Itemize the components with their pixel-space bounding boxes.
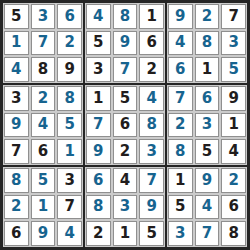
cell-r8c4[interactable]: 8 [86, 195, 111, 220]
cell-r8c7[interactable]: 5 [168, 195, 193, 220]
box-2-1: 328945761 [3, 85, 83, 165]
cell-r2c2[interactable]: 7 [31, 31, 56, 56]
cell-r1c2[interactable]: 3 [31, 4, 56, 29]
cell-r2c4[interactable]: 5 [86, 31, 111, 56]
cell-r5c6[interactable]: 8 [139, 113, 164, 138]
cell-r4c2[interactable]: 2 [31, 86, 56, 111]
cell-r1c8[interactable]: 2 [195, 4, 220, 29]
cell-r8c9[interactable]: 6 [221, 195, 246, 220]
cell-r7c2[interactable]: 5 [31, 168, 56, 193]
cell-r1c6[interactable]: 1 [139, 4, 164, 29]
cell-r7c9[interactable]: 2 [221, 168, 246, 193]
box-1-3: 927483615 [167, 3, 247, 83]
cell-r8c5[interactable]: 3 [113, 195, 138, 220]
cell-r2c9[interactable]: 3 [221, 31, 246, 56]
cell-r5c9[interactable]: 1 [221, 113, 246, 138]
cell-r5c5[interactable]: 6 [113, 113, 138, 138]
box-3-1: 853217694 [3, 167, 83, 247]
cell-r6c2[interactable]: 6 [31, 139, 56, 164]
cell-r3c5[interactable]: 7 [113, 57, 138, 82]
cell-r7c6[interactable]: 7 [139, 168, 164, 193]
cell-r9c6[interactable]: 5 [139, 221, 164, 246]
cell-r3c2[interactable]: 8 [31, 57, 56, 82]
cell-r8c1[interactable]: 2 [4, 195, 29, 220]
cell-r3c3[interactable]: 9 [57, 57, 82, 82]
cell-r6c9[interactable]: 4 [221, 139, 246, 164]
cell-r2c3[interactable]: 2 [57, 31, 82, 56]
cell-r7c3[interactable]: 3 [57, 168, 82, 193]
cell-r9c4[interactable]: 2 [86, 221, 111, 246]
cell-r7c1[interactable]: 8 [4, 168, 29, 193]
cell-r4c6[interactable]: 4 [139, 86, 164, 111]
cell-r7c5[interactable]: 4 [113, 168, 138, 193]
box-1-1: 536172489 [3, 3, 83, 83]
cell-r2c8[interactable]: 8 [195, 31, 220, 56]
cell-r4c8[interactable]: 6 [195, 86, 220, 111]
cell-r9c2[interactable]: 9 [31, 221, 56, 246]
cell-r6c4[interactable]: 9 [86, 139, 111, 164]
cell-r8c6[interactable]: 9 [139, 195, 164, 220]
cell-r5c8[interactable]: 3 [195, 113, 220, 138]
cell-r4c5[interactable]: 5 [113, 86, 138, 111]
cell-r1c7[interactable]: 9 [168, 4, 193, 29]
cell-r9c3[interactable]: 4 [57, 221, 82, 246]
cell-r3c6[interactable]: 2 [139, 57, 164, 82]
box-2-2: 154768923 [85, 85, 165, 165]
cell-r1c3[interactable]: 6 [57, 4, 82, 29]
box-2-3: 769231854 [167, 85, 247, 165]
cell-r6c3[interactable]: 1 [57, 139, 82, 164]
cell-r8c8[interactable]: 4 [195, 195, 220, 220]
cell-r8c3[interactable]: 7 [57, 195, 82, 220]
cell-r9c9[interactable]: 8 [221, 221, 246, 246]
cell-r9c1[interactable]: 6 [4, 221, 29, 246]
box-3-3: 192546378 [167, 167, 247, 247]
cell-r6c7[interactable]: 8 [168, 139, 193, 164]
cell-r1c9[interactable]: 7 [221, 4, 246, 29]
cell-r5c3[interactable]: 5 [57, 113, 82, 138]
cell-r3c7[interactable]: 6 [168, 57, 193, 82]
cell-r5c1[interactable]: 9 [4, 113, 29, 138]
cell-r9c5[interactable]: 1 [113, 221, 138, 246]
cell-r8c2[interactable]: 1 [31, 195, 56, 220]
sudoku-board: 5361724894815963729274836153289457611547… [0, 0, 250, 250]
box-3-2: 647839215 [85, 167, 165, 247]
box-1-2: 481596372 [85, 3, 165, 83]
cell-r3c9[interactable]: 5 [221, 57, 246, 82]
cell-r4c4[interactable]: 1 [86, 86, 111, 111]
cell-r4c3[interactable]: 8 [57, 86, 82, 111]
cell-r6c5[interactable]: 2 [113, 139, 138, 164]
cell-r2c5[interactable]: 9 [113, 31, 138, 56]
cell-r4c1[interactable]: 3 [4, 86, 29, 111]
cell-r7c7[interactable]: 1 [168, 168, 193, 193]
cell-r2c1[interactable]: 1 [4, 31, 29, 56]
cell-r5c7[interactable]: 2 [168, 113, 193, 138]
cell-r1c5[interactable]: 8 [113, 4, 138, 29]
cell-r4c9[interactable]: 9 [221, 86, 246, 111]
cell-r4c7[interactable]: 7 [168, 86, 193, 111]
cell-r1c1[interactable]: 5 [4, 4, 29, 29]
cell-r7c4[interactable]: 6 [86, 168, 111, 193]
cell-r1c4[interactable]: 4 [86, 4, 111, 29]
cell-r2c7[interactable]: 4 [168, 31, 193, 56]
cell-r5c4[interactable]: 7 [86, 113, 111, 138]
cell-r9c7[interactable]: 3 [168, 221, 193, 246]
cell-r6c6[interactable]: 3 [139, 139, 164, 164]
cell-r5c2[interactable]: 4 [31, 113, 56, 138]
cell-r3c1[interactable]: 4 [4, 57, 29, 82]
cell-r6c8[interactable]: 5 [195, 139, 220, 164]
cell-r3c8[interactable]: 1 [195, 57, 220, 82]
cell-r6c1[interactable]: 7 [4, 139, 29, 164]
cell-r2c6[interactable]: 6 [139, 31, 164, 56]
cell-r7c8[interactable]: 9 [195, 168, 220, 193]
cell-r9c8[interactable]: 7 [195, 221, 220, 246]
cell-r3c4[interactable]: 3 [86, 57, 111, 82]
